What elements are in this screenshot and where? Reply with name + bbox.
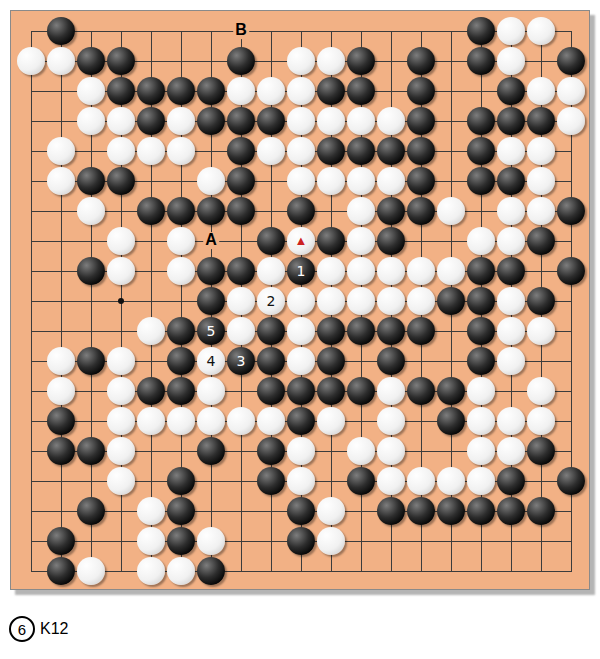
board-point[interactable] (166, 226, 196, 256)
board-point[interactable] (376, 406, 406, 436)
board-point[interactable] (466, 526, 496, 556)
board-point[interactable] (496, 46, 526, 76)
board-point[interactable] (226, 196, 256, 226)
board-point[interactable] (316, 16, 346, 46)
board-point[interactable] (106, 256, 136, 286)
board-point[interactable] (346, 496, 376, 526)
board-point[interactable] (526, 436, 556, 466)
board-point[interactable] (76, 526, 106, 556)
board-point[interactable] (346, 196, 376, 226)
board-point[interactable] (16, 496, 46, 526)
board-point[interactable] (196, 196, 226, 226)
board-point[interactable] (136, 526, 166, 556)
board-point[interactable] (16, 346, 46, 376)
board-point[interactable] (76, 406, 106, 436)
board-point[interactable] (196, 286, 226, 316)
board-point[interactable] (406, 406, 436, 436)
board-point[interactable] (76, 496, 106, 526)
board-point[interactable] (46, 376, 76, 406)
board-point[interactable] (316, 76, 346, 106)
board-point[interactable] (316, 346, 346, 376)
board-point[interactable] (556, 556, 586, 586)
board-point[interactable] (226, 46, 256, 76)
board-point[interactable] (466, 106, 496, 136)
board-point[interactable] (436, 556, 466, 586)
board-point[interactable] (376, 196, 406, 226)
board-point[interactable] (256, 526, 286, 556)
board-point[interactable] (376, 496, 406, 526)
board-point[interactable] (436, 316, 466, 346)
board-point[interactable] (436, 496, 466, 526)
board-point[interactable] (16, 376, 46, 406)
board-point[interactable] (286, 466, 316, 496)
board-point[interactable] (496, 436, 526, 466)
board-point[interactable] (316, 316, 346, 346)
board-point[interactable] (106, 406, 136, 436)
board-point[interactable] (556, 196, 586, 226)
board-point[interactable] (406, 286, 436, 316)
board-point[interactable] (436, 136, 466, 166)
board-point[interactable] (16, 256, 46, 286)
board-point[interactable] (256, 436, 286, 466)
board-point[interactable] (136, 76, 166, 106)
board-point[interactable]: 1 (286, 256, 316, 286)
board-point[interactable] (496, 166, 526, 196)
board-point[interactable] (196, 376, 226, 406)
board-point[interactable] (196, 406, 226, 436)
board-point[interactable] (46, 226, 76, 256)
board-point[interactable] (226, 526, 256, 556)
board-point[interactable] (496, 76, 526, 106)
board-point[interactable] (346, 16, 376, 46)
board-point[interactable] (16, 466, 46, 496)
board-point[interactable] (226, 106, 256, 136)
board-point[interactable] (376, 526, 406, 556)
board-point[interactable] (316, 166, 346, 196)
board-point[interactable] (196, 136, 226, 166)
board-point[interactable] (346, 106, 376, 136)
board-point[interactable] (526, 196, 556, 226)
board-point[interactable] (166, 376, 196, 406)
board-point[interactable] (136, 376, 166, 406)
board-point[interactable] (46, 496, 76, 526)
board-point[interactable] (466, 466, 496, 496)
board-point[interactable] (46, 556, 76, 586)
board-point[interactable] (286, 76, 316, 106)
board-point[interactable] (106, 136, 136, 166)
board-point[interactable]: B (226, 16, 256, 46)
board-point[interactable] (496, 346, 526, 376)
board-point[interactable] (376, 436, 406, 466)
board-point[interactable] (76, 76, 106, 106)
board-point[interactable] (106, 46, 136, 76)
board-point[interactable] (466, 16, 496, 46)
board-point[interactable] (436, 166, 466, 196)
board-point[interactable] (46, 46, 76, 76)
board-point[interactable] (76, 346, 106, 376)
board-point[interactable] (556, 226, 586, 256)
board-point[interactable] (316, 286, 346, 316)
board-point[interactable] (526, 556, 556, 586)
board-point[interactable] (346, 466, 376, 496)
board-point[interactable] (76, 226, 106, 256)
board-point[interactable] (466, 226, 496, 256)
board-point[interactable] (526, 46, 556, 76)
board-point[interactable] (16, 316, 46, 346)
board-point[interactable] (256, 466, 286, 496)
board-point[interactable] (226, 256, 256, 286)
board-point[interactable] (136, 106, 166, 136)
board-point[interactable] (166, 16, 196, 46)
board-point[interactable] (226, 286, 256, 316)
board-point[interactable] (46, 436, 76, 466)
board-point[interactable] (556, 256, 586, 286)
board-point[interactable] (346, 256, 376, 286)
board-point[interactable] (136, 466, 166, 496)
board-point[interactable] (346, 436, 376, 466)
board-point[interactable] (376, 226, 406, 256)
board-point[interactable] (16, 556, 46, 586)
board-point[interactable] (286, 166, 316, 196)
board-point[interactable] (406, 526, 436, 556)
board-point[interactable] (376, 316, 406, 346)
board-point[interactable] (76, 166, 106, 196)
board-point[interactable] (496, 466, 526, 496)
board-point[interactable] (76, 106, 106, 136)
board-point[interactable] (406, 196, 436, 226)
board-point[interactable] (226, 76, 256, 106)
board-point[interactable] (496, 226, 526, 256)
board-point[interactable] (526, 526, 556, 556)
board-point[interactable] (16, 166, 46, 196)
board-point[interactable] (106, 166, 136, 196)
board-point[interactable] (256, 106, 286, 136)
board-point[interactable] (226, 166, 256, 196)
board-point[interactable] (406, 466, 436, 496)
board-point[interactable] (46, 286, 76, 316)
board-point[interactable] (136, 406, 166, 436)
board-point[interactable] (166, 346, 196, 376)
board-point[interactable] (106, 106, 136, 136)
board-point[interactable] (76, 196, 106, 226)
board-point[interactable] (556, 166, 586, 196)
board-point[interactable] (496, 376, 526, 406)
board-point[interactable] (436, 106, 466, 136)
board-point[interactable] (166, 526, 196, 556)
board-point[interactable] (256, 226, 286, 256)
board-point[interactable] (406, 46, 436, 76)
board-point[interactable] (376, 556, 406, 586)
board-point[interactable] (196, 436, 226, 466)
board-point[interactable] (136, 226, 166, 256)
board-point[interactable] (376, 106, 406, 136)
board-point[interactable] (106, 556, 136, 586)
board-point[interactable] (136, 196, 166, 226)
board-point[interactable]: 3 (226, 346, 256, 376)
board-point[interactable] (226, 436, 256, 466)
board-point[interactable] (556, 286, 586, 316)
board-point[interactable] (256, 376, 286, 406)
board-point[interactable] (256, 136, 286, 166)
board-point[interactable] (466, 286, 496, 316)
board-point[interactable] (226, 136, 256, 166)
board-point[interactable] (466, 46, 496, 76)
board-point[interactable] (256, 196, 286, 226)
board-point[interactable] (466, 556, 496, 586)
board-point[interactable] (106, 496, 136, 526)
board-point[interactable] (436, 526, 466, 556)
board-point[interactable] (346, 376, 376, 406)
board-point[interactable] (526, 376, 556, 406)
board-point[interactable] (316, 496, 346, 526)
board-point[interactable] (106, 466, 136, 496)
board-point[interactable] (106, 376, 136, 406)
board-point[interactable] (196, 526, 226, 556)
board-point[interactable] (556, 136, 586, 166)
board-point[interactable] (46, 166, 76, 196)
board-point[interactable] (226, 406, 256, 436)
board-point[interactable] (16, 106, 46, 136)
board-point[interactable] (286, 196, 316, 226)
board-point[interactable] (496, 556, 526, 586)
board-point[interactable] (406, 496, 436, 526)
board-point[interactable] (256, 496, 286, 526)
board-point[interactable] (106, 436, 136, 466)
board-point[interactable] (346, 46, 376, 76)
board-point[interactable]: 5 (196, 316, 226, 346)
board-point[interactable] (106, 196, 136, 226)
board-point[interactable] (166, 136, 196, 166)
board-point[interactable] (466, 406, 496, 436)
board-point[interactable] (316, 436, 346, 466)
board-point[interactable] (136, 166, 166, 196)
board-point[interactable] (556, 376, 586, 406)
board-point[interactable] (556, 346, 586, 376)
board-point[interactable] (406, 136, 436, 166)
board-point[interactable] (406, 226, 436, 256)
board-point[interactable] (106, 76, 136, 106)
board-point[interactable] (106, 346, 136, 376)
board-point[interactable] (166, 406, 196, 436)
board-point[interactable] (376, 256, 406, 286)
board-point[interactable] (76, 46, 106, 76)
board-point[interactable] (466, 316, 496, 346)
board-point[interactable] (286, 526, 316, 556)
board-point[interactable] (496, 256, 526, 286)
board-point[interactable] (526, 286, 556, 316)
board-point[interactable] (316, 196, 346, 226)
board-point[interactable] (556, 406, 586, 436)
board-point[interactable] (256, 16, 286, 46)
board-point[interactable] (166, 196, 196, 226)
board-point[interactable] (436, 436, 466, 466)
board-point[interactable] (16, 196, 46, 226)
board-point[interactable] (46, 16, 76, 46)
board-point[interactable] (406, 556, 436, 586)
board-point[interactable] (436, 76, 466, 106)
board-point[interactable] (166, 436, 196, 466)
board-point[interactable]: ▲ (286, 226, 316, 256)
board-point[interactable] (556, 496, 586, 526)
board-point[interactable] (316, 526, 346, 556)
board-point[interactable] (496, 106, 526, 136)
board-point[interactable] (526, 466, 556, 496)
board-point[interactable] (166, 316, 196, 346)
board-point[interactable] (496, 136, 526, 166)
board-point[interactable] (436, 286, 466, 316)
board-point[interactable] (46, 526, 76, 556)
board-point[interactable] (376, 46, 406, 76)
board-point[interactable] (166, 166, 196, 196)
board-point[interactable] (556, 466, 586, 496)
board-point[interactable] (16, 16, 46, 46)
board-point[interactable] (16, 76, 46, 106)
board-point[interactable] (136, 316, 166, 346)
board-point[interactable] (316, 466, 346, 496)
board-point[interactable] (136, 346, 166, 376)
board-point[interactable]: 2 (256, 286, 286, 316)
board-point[interactable] (256, 256, 286, 286)
board-point[interactable] (406, 166, 436, 196)
board-point[interactable] (76, 466, 106, 496)
board-point[interactable] (46, 346, 76, 376)
board-point[interactable] (226, 316, 256, 346)
board-point[interactable] (136, 46, 166, 76)
board-point[interactable] (196, 466, 226, 496)
board-point[interactable] (286, 556, 316, 586)
board-point[interactable] (16, 436, 46, 466)
board-point[interactable] (316, 46, 346, 76)
board-point[interactable] (346, 556, 376, 586)
board-point[interactable] (526, 316, 556, 346)
board-point[interactable] (76, 436, 106, 466)
board-point[interactable] (16, 46, 46, 76)
board-point[interactable] (346, 316, 376, 346)
board-point[interactable] (256, 316, 286, 346)
board-point[interactable] (316, 406, 346, 436)
board-point[interactable] (496, 316, 526, 346)
board-point[interactable] (286, 376, 316, 406)
board-point[interactable] (466, 346, 496, 376)
board-point[interactable]: 4 (196, 346, 226, 376)
board-point[interactable] (466, 436, 496, 466)
board-point[interactable] (136, 496, 166, 526)
board-point[interactable] (136, 256, 166, 286)
board-point[interactable] (166, 556, 196, 586)
board-point[interactable] (136, 436, 166, 466)
board-point[interactable] (496, 496, 526, 526)
board-point[interactable] (226, 226, 256, 256)
board-point[interactable] (346, 166, 376, 196)
board-point[interactable] (16, 286, 46, 316)
board-point[interactable] (406, 76, 436, 106)
board-point[interactable] (16, 226, 46, 256)
board-point[interactable] (406, 316, 436, 346)
board-point[interactable] (286, 16, 316, 46)
board-point[interactable] (496, 196, 526, 226)
board-point[interactable] (556, 16, 586, 46)
board-point[interactable] (226, 496, 256, 526)
board-point[interactable] (196, 76, 226, 106)
board-point[interactable] (166, 46, 196, 76)
board-point[interactable] (286, 46, 316, 76)
board-point[interactable] (46, 106, 76, 136)
board-point[interactable] (256, 46, 286, 76)
board-point[interactable] (436, 466, 466, 496)
board-point[interactable] (286, 436, 316, 466)
board-point[interactable] (436, 406, 466, 436)
board-point[interactable] (76, 136, 106, 166)
board-point[interactable] (226, 556, 256, 586)
board-point[interactable] (76, 256, 106, 286)
board-point[interactable] (166, 106, 196, 136)
board-point[interactable] (16, 136, 46, 166)
board-point[interactable] (436, 346, 466, 376)
board-point[interactable] (466, 76, 496, 106)
board-point[interactable] (526, 226, 556, 256)
board-point[interactable] (76, 286, 106, 316)
board-point[interactable] (436, 226, 466, 256)
board-point[interactable] (526, 256, 556, 286)
board-point[interactable] (466, 166, 496, 196)
board-point[interactable] (196, 166, 226, 196)
board-point[interactable] (196, 46, 226, 76)
board-point[interactable] (526, 106, 556, 136)
board-point[interactable] (526, 76, 556, 106)
board-point[interactable] (106, 286, 136, 316)
board-point[interactable] (376, 166, 406, 196)
board-point[interactable] (346, 406, 376, 436)
board-point[interactable] (526, 166, 556, 196)
board-point[interactable] (526, 16, 556, 46)
board-point[interactable] (136, 16, 166, 46)
board-point[interactable] (286, 106, 316, 136)
board-point[interactable] (496, 526, 526, 556)
board-point[interactable] (286, 406, 316, 436)
board-point[interactable] (16, 526, 46, 556)
board-point[interactable] (16, 406, 46, 436)
board-point[interactable] (286, 136, 316, 166)
board-point[interactable] (136, 556, 166, 586)
board-point[interactable] (346, 526, 376, 556)
board-point[interactable] (406, 256, 436, 286)
board-point[interactable] (556, 526, 586, 556)
board-point[interactable] (496, 16, 526, 46)
board-point[interactable] (376, 76, 406, 106)
board-point[interactable] (436, 256, 466, 286)
board-point[interactable] (136, 136, 166, 166)
board-point[interactable] (46, 196, 76, 226)
board-point[interactable] (286, 496, 316, 526)
board-point[interactable] (526, 136, 556, 166)
board-point[interactable] (166, 286, 196, 316)
board-point[interactable] (196, 106, 226, 136)
board-point[interactable] (256, 346, 286, 376)
board-point[interactable] (256, 166, 286, 196)
board-point[interactable] (106, 16, 136, 46)
board-point[interactable] (286, 346, 316, 376)
board-point[interactable] (466, 376, 496, 406)
board-point[interactable] (406, 16, 436, 46)
board-point[interactable] (556, 46, 586, 76)
board-point[interactable] (376, 376, 406, 406)
board-point[interactable] (76, 316, 106, 346)
board-point[interactable] (376, 346, 406, 376)
board-point[interactable] (286, 286, 316, 316)
board-point[interactable] (346, 286, 376, 316)
board-point[interactable] (406, 106, 436, 136)
board-point[interactable] (346, 136, 376, 166)
